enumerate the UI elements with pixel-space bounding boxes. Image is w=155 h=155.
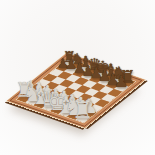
chess-board — [7, 53, 145, 128]
chess-set-photo: ♜♞♟♝♟♛♟♚♟♝♟♞♟♜♟♟♟♟♜♟♞♟♝♟♛♟♚♟♝♟♞♜ — [0, 0, 155, 155]
